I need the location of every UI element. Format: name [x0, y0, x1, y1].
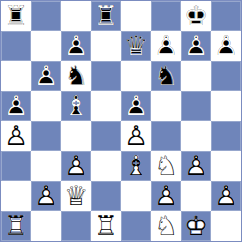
white-piece-fill: ♟ — [121, 121, 151, 151]
piece-black-knight[interactable]: ♞♘ — [61, 61, 91, 91]
square-e1[interactable] — [121, 211, 151, 241]
square-b7[interactable] — [31, 31, 61, 61]
piece-white-pawn[interactable]: ♟♙ — [211, 181, 241, 211]
square-a5[interactable]: ♟♙ — [1, 91, 31, 121]
square-b6[interactable]: ♟♙ — [31, 61, 61, 91]
square-g6[interactable] — [181, 61, 211, 91]
black-piece-outline: ♙ — [181, 31, 211, 61]
square-e4[interactable]: ♟♙ — [121, 121, 151, 151]
square-e8[interactable] — [121, 1, 151, 31]
piece-white-pawn[interactable]: ♟♙ — [121, 121, 151, 151]
square-d3[interactable] — [91, 151, 121, 181]
square-d1[interactable]: ♜♖ — [91, 211, 121, 241]
square-c5[interactable]: ♝♗ — [61, 91, 91, 121]
square-h2[interactable]: ♟♙ — [211, 181, 241, 211]
piece-white-king[interactable]: ♚♔ — [181, 211, 211, 241]
black-piece-outline: ♙ — [211, 31, 241, 61]
black-piece-fill: ♜ — [1, 1, 31, 31]
square-g3[interactable]: ♟♙ — [181, 151, 211, 181]
square-h3[interactable] — [211, 151, 241, 181]
black-piece-outline: ♙ — [1, 91, 31, 121]
square-f8[interactable] — [151, 1, 181, 31]
white-piece-fill: ♜ — [1, 211, 31, 241]
black-piece-outline: ♘ — [61, 61, 91, 91]
white-piece-outline: ♖ — [91, 211, 121, 241]
square-d5[interactable] — [91, 91, 121, 121]
piece-white-rook[interactable]: ♜♖ — [91, 211, 121, 241]
square-c7[interactable]: ♟♙ — [61, 31, 91, 61]
black-piece-fill: ♟ — [121, 91, 151, 121]
square-b1[interactable] — [31, 211, 61, 241]
piece-black-pawn[interactable]: ♟♙ — [31, 61, 61, 91]
square-g4[interactable] — [181, 121, 211, 151]
square-b5[interactable] — [31, 91, 61, 121]
square-a3[interactable] — [1, 151, 31, 181]
square-h4[interactable] — [211, 121, 241, 151]
square-f5[interactable] — [151, 91, 181, 121]
black-piece-outline: ♖ — [1, 1, 31, 31]
square-h6[interactable] — [211, 61, 241, 91]
black-piece-fill: ♟ — [211, 31, 241, 61]
square-h7[interactable]: ♟♙ — [211, 31, 241, 61]
white-piece-outline: ♗ — [121, 151, 151, 181]
piece-white-pawn[interactable]: ♟♙ — [61, 151, 91, 181]
piece-black-knight[interactable]: ♞♘ — [151, 61, 181, 91]
square-f4[interactable] — [151, 121, 181, 151]
square-g5[interactable] — [181, 91, 211, 121]
square-g7[interactable]: ♟♙ — [181, 31, 211, 61]
black-piece-fill: ♞ — [61, 61, 91, 91]
square-e5[interactable]: ♟♙ — [121, 91, 151, 121]
piece-white-pawn[interactable]: ♟♙ — [151, 181, 181, 211]
piece-white-pawn[interactable]: ♟♙ — [1, 121, 31, 151]
white-piece-fill: ♛ — [61, 181, 91, 211]
black-piece-fill: ♛ — [121, 31, 151, 61]
black-piece-outline: ♙ — [121, 91, 151, 121]
piece-black-queen[interactable]: ♛♕ — [121, 31, 151, 61]
white-piece-fill: ♟ — [31, 181, 61, 211]
square-g8[interactable]: ♚♔ — [181, 1, 211, 31]
piece-white-pawn[interactable]: ♟♙ — [181, 151, 211, 181]
black-piece-fill: ♟ — [61, 31, 91, 61]
square-b8[interactable] — [31, 1, 61, 31]
white-piece-fill: ♟ — [1, 121, 31, 151]
square-d6[interactable] — [91, 61, 121, 91]
black-piece-outline: ♘ — [151, 61, 181, 91]
black-piece-outline: ♕ — [121, 31, 151, 61]
piece-white-knight[interactable]: ♞♘ — [151, 151, 181, 181]
black-piece-fill: ♟ — [181, 31, 211, 61]
piece-black-rook[interactable]: ♜♖ — [91, 1, 121, 31]
square-h1[interactable] — [211, 211, 241, 241]
white-piece-fill: ♜ — [91, 211, 121, 241]
white-piece-outline: ♕ — [61, 181, 91, 211]
square-e2[interactable] — [121, 181, 151, 211]
white-piece-fill: ♞ — [151, 211, 181, 241]
piece-black-king[interactable]: ♚♔ — [181, 1, 211, 31]
square-b4[interactable] — [31, 121, 61, 151]
black-piece-outline: ♙ — [31, 61, 61, 91]
piece-black-pawn[interactable]: ♟♙ — [211, 31, 241, 61]
black-piece-fill: ♟ — [1, 91, 31, 121]
chess-board: ♜♖♜♖♚♔♟♙♛♕♟♙♟♙♟♙♟♙♞♘♞♘♟♙♝♗♟♙♟♙♟♙♟♙♝♗♞♘♟♙… — [0, 0, 242, 242]
white-piece-fill: ♟ — [61, 151, 91, 181]
square-a8[interactable]: ♜♖ — [1, 1, 31, 31]
piece-black-pawn[interactable]: ♟♙ — [151, 31, 181, 61]
piece-black-bishop[interactable]: ♝♗ — [61, 91, 91, 121]
square-e7[interactable]: ♛♕ — [121, 31, 151, 61]
black-piece-fill: ♜ — [91, 1, 121, 31]
black-piece-fill: ♝ — [61, 91, 91, 121]
piece-white-rook[interactable]: ♜♖ — [1, 211, 31, 241]
piece-black-rook[interactable]: ♜♖ — [1, 1, 31, 31]
black-piece-outline: ♖ — [91, 1, 121, 31]
square-d8[interactable]: ♜♖ — [91, 1, 121, 31]
white-piece-outline: ♘ — [151, 211, 181, 241]
square-b2[interactable]: ♟♙ — [31, 181, 61, 211]
square-f2[interactable]: ♟♙ — [151, 181, 181, 211]
white-piece-outline: ♙ — [1, 121, 31, 151]
piece-white-queen[interactable]: ♛♕ — [61, 181, 91, 211]
square-c4[interactable] — [61, 121, 91, 151]
piece-black-pawn[interactable]: ♟♙ — [1, 91, 31, 121]
square-h8[interactable] — [211, 1, 241, 31]
white-piece-outline: ♙ — [61, 151, 91, 181]
square-d4[interactable] — [91, 121, 121, 151]
square-a2[interactable] — [1, 181, 31, 211]
square-d2[interactable] — [91, 181, 121, 211]
white-piece-fill: ♟ — [151, 181, 181, 211]
white-piece-outline: ♙ — [151, 181, 181, 211]
square-f1[interactable]: ♞♘ — [151, 211, 181, 241]
square-f3[interactable]: ♞♘ — [151, 151, 181, 181]
square-h5[interactable] — [211, 91, 241, 121]
square-e3[interactable]: ♝♗ — [121, 151, 151, 181]
white-piece-outline: ♙ — [181, 151, 211, 181]
black-piece-outline: ♙ — [61, 31, 91, 61]
square-e6[interactable] — [121, 61, 151, 91]
black-piece-outline: ♗ — [61, 91, 91, 121]
piece-white-knight[interactable]: ♞♘ — [151, 211, 181, 241]
black-piece-outline: ♔ — [181, 1, 211, 31]
white-piece-fill: ♚ — [181, 211, 211, 241]
white-piece-outline: ♔ — [181, 211, 211, 241]
piece-black-pawn[interactable]: ♟♙ — [121, 91, 151, 121]
black-piece-outline: ♙ — [151, 31, 181, 61]
piece-black-pawn[interactable]: ♟♙ — [181, 31, 211, 61]
black-piece-fill: ♚ — [181, 1, 211, 31]
white-piece-outline: ♙ — [211, 181, 241, 211]
square-f6[interactable]: ♞♘ — [151, 61, 181, 91]
black-piece-fill: ♟ — [151, 31, 181, 61]
square-c8[interactable] — [61, 1, 91, 31]
square-f7[interactable]: ♟♙ — [151, 31, 181, 61]
square-g2[interactable] — [181, 181, 211, 211]
white-piece-outline: ♙ — [31, 181, 61, 211]
white-piece-outline: ♘ — [151, 151, 181, 181]
square-b3[interactable] — [31, 151, 61, 181]
piece-black-pawn[interactable]: ♟♙ — [61, 31, 91, 61]
white-piece-outline: ♖ — [1, 211, 31, 241]
square-g1[interactable]: ♚♔ — [181, 211, 211, 241]
square-c2[interactable]: ♛♕ — [61, 181, 91, 211]
square-a1[interactable]: ♜♖ — [1, 211, 31, 241]
white-piece-fill: ♟ — [181, 151, 211, 181]
white-piece-outline: ♙ — [121, 121, 151, 151]
black-piece-fill: ♟ — [31, 61, 61, 91]
square-c6[interactable]: ♞♘ — [61, 61, 91, 91]
square-a7[interactable] — [1, 31, 31, 61]
square-a4[interactable]: ♟♙ — [1, 121, 31, 151]
black-piece-fill: ♞ — [151, 61, 181, 91]
white-piece-fill: ♟ — [211, 181, 241, 211]
piece-white-bishop[interactable]: ♝♗ — [121, 151, 151, 181]
square-c3[interactable]: ♟♙ — [61, 151, 91, 181]
white-piece-fill: ♞ — [151, 151, 181, 181]
square-d7[interactable] — [91, 31, 121, 61]
white-piece-fill: ♝ — [121, 151, 151, 181]
piece-white-pawn[interactable]: ♟♙ — [31, 181, 61, 211]
square-c1[interactable] — [61, 211, 91, 241]
square-a6[interactable] — [1, 61, 31, 91]
